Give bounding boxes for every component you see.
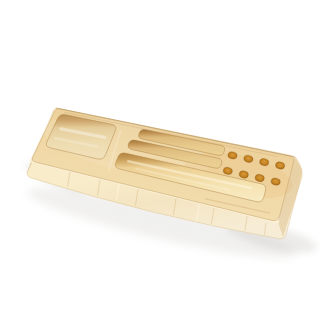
organizer-illustration-host xyxy=(0,0,320,320)
organizer-illustration xyxy=(0,0,320,320)
product-photo-scene xyxy=(0,0,320,320)
